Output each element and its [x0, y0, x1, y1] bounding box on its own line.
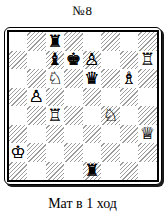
square-c1: [46, 162, 65, 181]
black-king: ♚: [66, 51, 81, 68]
square-b2: [27, 143, 46, 162]
square-d3: [64, 125, 83, 144]
square-c5: [46, 88, 65, 107]
square-a8: [9, 32, 28, 51]
square-g6: ♗: [120, 69, 139, 88]
square-a3: [9, 125, 28, 144]
task-caption: Мат в 1 ход: [0, 196, 165, 212]
white-rook: ♖: [140, 51, 155, 68]
square-d7: ♚: [64, 51, 83, 70]
square-a1: [9, 162, 28, 181]
square-e2: [83, 143, 102, 162]
black-rook: ♜: [47, 33, 62, 50]
square-b7: [27, 51, 46, 70]
square-g5: [120, 88, 139, 107]
square-g2: [120, 143, 139, 162]
white-rook: ♖: [47, 107, 62, 124]
square-e5: [83, 88, 102, 107]
square-h6: [138, 69, 157, 88]
square-a2: ♔: [9, 143, 28, 162]
square-c7: ♝: [46, 51, 65, 70]
square-b6: [27, 69, 46, 88]
square-d5: [64, 88, 83, 107]
square-c3: [46, 125, 65, 144]
board-frame: ♜♝♚♙♖♘♛♗♙♖♘♕♔♜: [7, 30, 159, 182]
square-d8: [64, 32, 83, 51]
square-e3: [83, 125, 102, 144]
square-c8: ♜: [46, 32, 65, 51]
black-queen: ♛: [84, 70, 99, 87]
puzzle-page: №8 ♜♝♚♙♖♘♛♗♙♖♘♕♔♜ Мат в 1 ход: [0, 0, 165, 221]
square-f7: [101, 51, 120, 70]
white-pawn: ♙: [29, 88, 44, 105]
square-h3: ♕: [138, 125, 157, 144]
square-g8: [120, 32, 139, 51]
square-a4: [9, 106, 28, 125]
square-d2: [64, 143, 83, 162]
square-a7: [9, 51, 28, 70]
square-f1: [101, 162, 120, 181]
square-f4: ♘: [101, 106, 120, 125]
square-h8: [138, 32, 157, 51]
chess-board: ♜♝♚♙♖♘♛♗♙♖♘♕♔♜: [4, 27, 162, 185]
white-king: ♔: [10, 144, 25, 161]
square-h1: [138, 162, 157, 181]
square-h5: [138, 88, 157, 107]
square-c4: ♖: [46, 106, 65, 125]
square-d6: [64, 69, 83, 88]
square-g4: [120, 106, 139, 125]
square-f2: [101, 143, 120, 162]
white-queen: ♕: [140, 125, 155, 142]
square-d1: [64, 162, 83, 181]
square-b3: [27, 125, 46, 144]
square-g1: [120, 162, 139, 181]
square-f8: [101, 32, 120, 51]
square-h7: ♖: [138, 51, 157, 70]
square-f6: [101, 69, 120, 88]
square-b1: [27, 162, 46, 181]
square-h2: [138, 143, 157, 162]
square-c6: ♘: [46, 69, 65, 88]
square-d4: [64, 106, 83, 125]
square-e1: ♜: [83, 162, 102, 181]
puzzle-number: №8: [0, 0, 165, 19]
square-b8: [27, 32, 46, 51]
square-e6: ♛: [83, 69, 102, 88]
board-grid: ♜♝♚♙♖♘♛♗♙♖♘♕♔♜: [9, 32, 157, 180]
square-h4: [138, 106, 157, 125]
square-e8: [83, 32, 102, 51]
square-e7: ♙: [83, 51, 102, 70]
black-bishop: ♝: [47, 51, 62, 68]
black-rook: ♜: [84, 162, 99, 179]
square-c2: [46, 143, 65, 162]
white-bishop: ♗: [121, 70, 136, 87]
square-f3: [101, 125, 120, 144]
square-a6: [9, 69, 28, 88]
white-knight: ♘: [103, 107, 118, 124]
square-e4: [83, 106, 102, 125]
square-a5: [9, 88, 28, 107]
square-b5: ♙: [27, 88, 46, 107]
square-g3: [120, 125, 139, 144]
square-f5: [101, 88, 120, 107]
square-b4: [27, 106, 46, 125]
white-pawn: ♙: [84, 51, 99, 68]
square-g7: [120, 51, 139, 70]
white-knight: ♘: [47, 70, 62, 87]
